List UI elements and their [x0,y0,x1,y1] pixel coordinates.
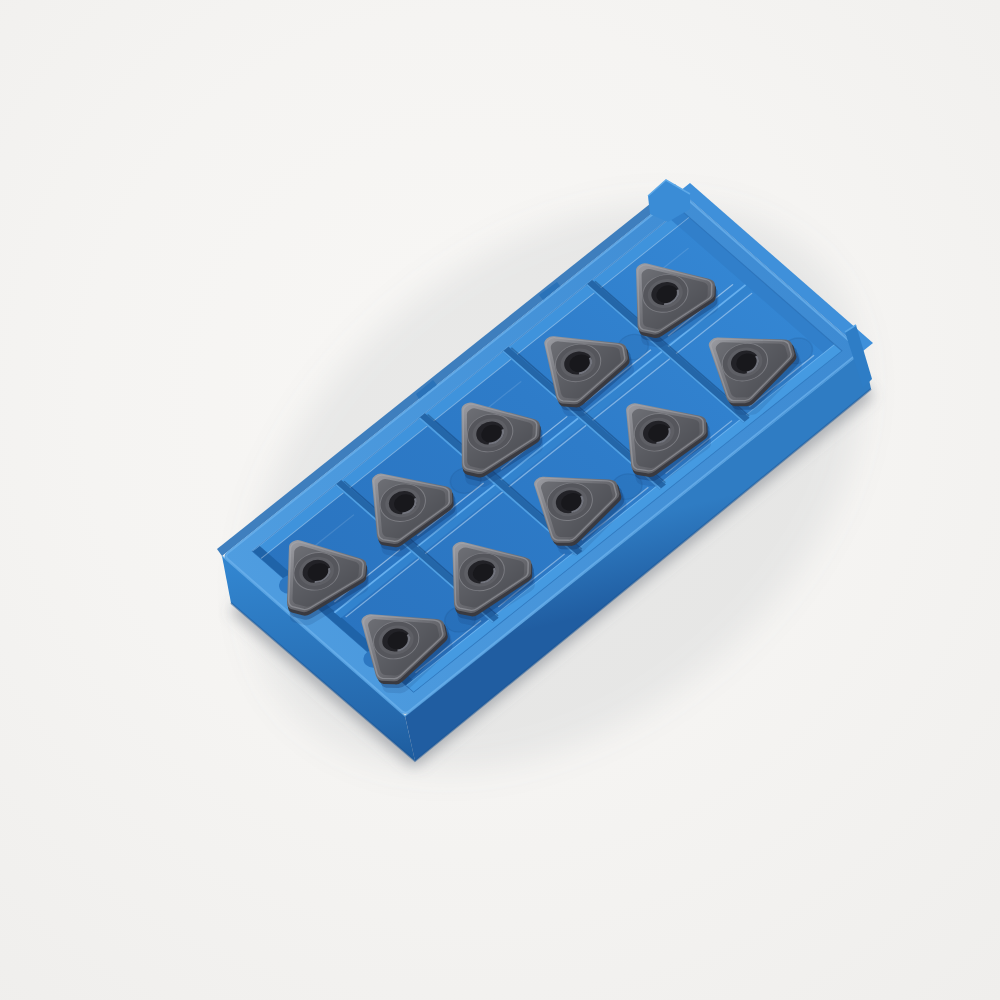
insert-tray-photo: Blue plastic storage tray holding ten gr… [0,0,1000,1000]
photo-canvas: { "a11y": { "image_label": "Blue plastic… [0,0,1000,1000]
product-photo-stage: Blue plastic storage tray holding ten gr… [0,0,1000,1000]
